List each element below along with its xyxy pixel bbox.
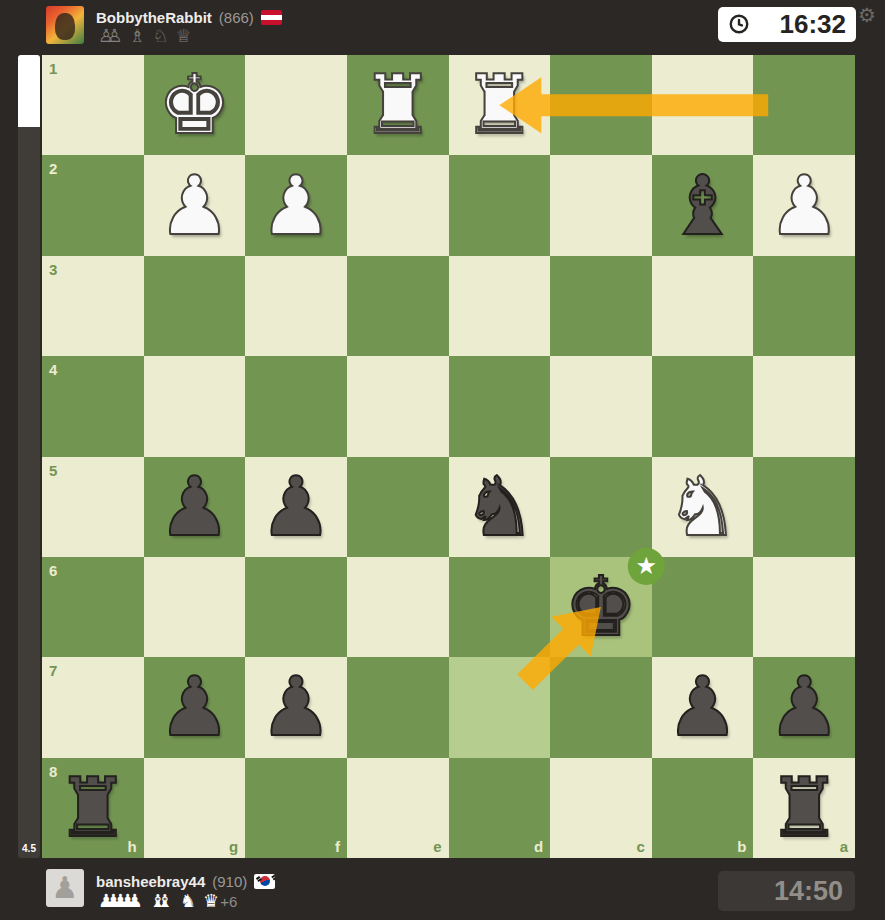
square-b6[interactable] (652, 557, 754, 657)
square-h8[interactable]: 8h♜ (42, 758, 144, 858)
rank-label-2: 2 (49, 161, 57, 176)
rank-label-7: 7 (49, 663, 57, 678)
avatar-top-player[interactable] (46, 6, 84, 44)
top-player-clock: 16:32 (718, 7, 856, 42)
white-pawn-a2[interactable]: ♟ (753, 155, 855, 255)
square-e4[interactable] (347, 356, 449, 456)
square-h2[interactable]: 2 (42, 155, 144, 255)
square-b7[interactable]: ♟ (652, 657, 754, 757)
square-h7[interactable]: 7 (42, 657, 144, 757)
square-c5[interactable] (550, 457, 652, 557)
avatar-bottom-player[interactable]: ♟ (46, 869, 84, 907)
square-e7[interactable] (347, 657, 449, 757)
square-b8[interactable]: b (652, 758, 754, 858)
square-f4[interactable] (245, 356, 347, 456)
square-a6[interactable] (753, 557, 855, 657)
square-e5[interactable] (347, 457, 449, 557)
captured-knights: ♞ (180, 892, 187, 910)
captured-queens: ♛ (203, 892, 210, 910)
square-d8[interactable]: d (449, 758, 551, 858)
bottom-player-line: bansheebray44 (910) (96, 872, 275, 890)
square-b4[interactable] (652, 356, 754, 456)
black-knight-d5[interactable]: ♞ (449, 457, 551, 557)
captured-knights: ♘ (152, 27, 160, 45)
black-rook-a8[interactable]: ♜ (753, 758, 855, 858)
square-a5[interactable] (753, 457, 855, 557)
black-pawn-g5[interactable]: ♟ (144, 457, 246, 557)
captured-bishops: ♗ (129, 27, 137, 45)
rank-label-6: 6 (49, 563, 57, 578)
file-label-g: g (229, 839, 238, 854)
rank-label-3: 3 (49, 262, 57, 277)
square-f6[interactable] (245, 557, 347, 657)
square-h1[interactable]: 1 (42, 55, 144, 155)
file-label-c: c (636, 839, 644, 854)
austria-flag-icon (261, 10, 282, 25)
square-e2[interactable] (347, 155, 449, 255)
black-pawn-g7[interactable]: ♟ (144, 657, 246, 757)
black-pawn-b7[interactable]: ♟ (652, 657, 754, 757)
square-d4[interactable] (449, 356, 551, 456)
chess-board[interactable]: 1♚♜♜2♟♟♝♟345♟♟♞♞6♚7♟♟♟♟8h♜gfedcba♜ (42, 55, 855, 858)
square-h5[interactable]: 5 (42, 457, 144, 557)
square-b2[interactable]: ♝ (652, 155, 754, 255)
square-g7[interactable]: ♟ (144, 657, 246, 757)
white-king-g1[interactable]: ♚ (144, 55, 246, 155)
square-d6[interactable] (449, 557, 551, 657)
square-h6[interactable]: 6 (42, 557, 144, 657)
square-g6[interactable] (144, 557, 246, 657)
top-player-line: BobbytheRabbit (866) (96, 8, 282, 26)
evaluation-value: 4.5 (18, 843, 40, 854)
square-d7[interactable] (449, 657, 551, 757)
square-c6[interactable]: ♚ (550, 557, 652, 657)
square-d2[interactable] (449, 155, 551, 255)
square-b5[interactable]: ♞ (652, 457, 754, 557)
black-rook-h8[interactable]: ♜ (42, 758, 144, 858)
white-pawn-f2[interactable]: ♟ (245, 155, 347, 255)
square-h3[interactable]: 3 (42, 256, 144, 356)
square-f5[interactable]: ♟ (245, 457, 347, 557)
black-pawn-f5[interactable]: ♟ (245, 457, 347, 557)
square-c2[interactable] (550, 155, 652, 255)
file-label-d: d (534, 839, 543, 854)
square-e6[interactable] (347, 557, 449, 657)
square-f2[interactable]: ♟ (245, 155, 347, 255)
bottom-clock-time: 14:50 (774, 876, 843, 907)
bottom-player-name[interactable]: bansheebray44 (96, 873, 205, 890)
square-c1[interactable] (550, 55, 652, 155)
square-a3[interactable] (753, 256, 855, 356)
square-d5[interactable]: ♞ (449, 457, 551, 557)
square-g8[interactable]: g (144, 758, 246, 858)
material-advantage: +6 (220, 893, 237, 910)
captured-queens: ♕ (176, 27, 184, 45)
square-e3[interactable] (347, 256, 449, 356)
top-clock-time: 16:32 (780, 9, 847, 40)
captured-pieces-top: ♙♙♗♘♕ (98, 26, 199, 46)
file-label-f: f (335, 839, 340, 854)
square-c8[interactable]: c (550, 758, 652, 858)
square-h4[interactable]: 4 (42, 356, 144, 456)
square-b3[interactable] (652, 256, 754, 356)
square-a7[interactable]: ♟ (753, 657, 855, 757)
square-a8[interactable]: a♜ (753, 758, 855, 858)
pawn-avatar-icon: ♟ (52, 873, 79, 903)
rank-label-5: 5 (49, 463, 57, 478)
square-g1[interactable]: ♚ (144, 55, 246, 155)
square-e1[interactable]: ♜ (347, 55, 449, 155)
square-d3[interactable] (449, 256, 551, 356)
square-d1[interactable]: ♜ (449, 55, 551, 155)
black-bishop-b2[interactable]: ♝ (652, 155, 754, 255)
square-f7[interactable]: ♟ (245, 657, 347, 757)
captured-bishops: ♝♝ (150, 892, 164, 910)
square-g4[interactable] (144, 356, 246, 456)
black-pawn-f7[interactable]: ♟ (245, 657, 347, 757)
square-f1[interactable] (245, 55, 347, 155)
rank-label-4: 4 (49, 362, 57, 377)
bottom-player-clock: 14:50 (718, 871, 855, 911)
square-g2[interactable]: ♟ (144, 155, 246, 255)
bottom-player-rating: (910) (212, 873, 247, 890)
square-a2[interactable]: ♟ (753, 155, 855, 255)
square-c4[interactable] (550, 356, 652, 456)
square-g5[interactable]: ♟ (144, 457, 246, 557)
captured-pieces-bottom: ♟♟♟♟♟♝♝♞♛+6 (98, 891, 237, 911)
square-e8[interactable]: e (347, 758, 449, 858)
file-label-b: b (737, 839, 746, 854)
captured-pawns: ♙♙ (98, 27, 114, 45)
black-pawn-a7[interactable]: ♟ (753, 657, 855, 757)
gear-icon[interactable]: ⚙ (858, 5, 876, 25)
file-label-e: e (433, 839, 441, 854)
square-a4[interactable] (753, 356, 855, 456)
white-knight-b5[interactable]: ♞ (652, 457, 754, 557)
square-a1[interactable] (753, 55, 855, 155)
square-b1[interactable] (652, 55, 754, 155)
square-f3[interactable] (245, 256, 347, 356)
white-pawn-g2[interactable]: ♟ (144, 155, 246, 255)
square-f8[interactable]: f (245, 758, 347, 858)
top-player-rating: (866) (219, 9, 254, 26)
square-c3[interactable] (550, 256, 652, 356)
top-player-name[interactable]: BobbytheRabbit (96, 9, 212, 26)
evaluation-bar: 4.5 (18, 55, 40, 858)
evaluation-bar-white-section (18, 55, 40, 127)
rank-label-1: 1 (49, 61, 57, 76)
captured-pawns: ♟♟♟♟♟ (98, 892, 134, 910)
white-rook-d1[interactable]: ♜ (449, 55, 551, 155)
square-g3[interactable] (144, 256, 246, 356)
clock-icon (728, 13, 750, 35)
square-c7[interactable] (550, 657, 652, 757)
south-korea-flag-icon (254, 874, 275, 889)
white-rook-e1[interactable]: ♜ (347, 55, 449, 155)
black-king-c6[interactable]: ♚ (550, 557, 652, 657)
